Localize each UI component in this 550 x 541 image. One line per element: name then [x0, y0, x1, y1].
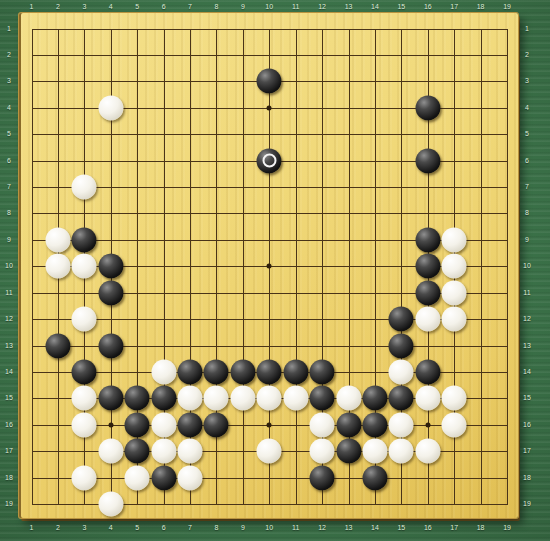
white-stone-17-15 [442, 386, 467, 411]
black-stone-9-14 [230, 359, 255, 384]
black-stone-16-10 [415, 254, 440, 279]
black-stone-13-17 [336, 439, 361, 464]
white-stone-10-17 [257, 439, 282, 464]
coord-top-13: 13 [345, 3, 353, 11]
black-stone-16-9 [415, 227, 440, 252]
coord-bottom-10: 10 [265, 524, 273, 532]
white-stone-15-17 [389, 439, 414, 464]
coord-left-9: 9 [7, 236, 11, 244]
coord-top-19: 19 [503, 3, 511, 11]
coord-top-12: 12 [318, 3, 326, 11]
black-stone-16-11 [415, 280, 440, 305]
black-stone-15-15 [389, 386, 414, 411]
coord-bottom-17: 17 [450, 524, 458, 532]
black-stone-16-14 [415, 359, 440, 384]
coord-top-11: 11 [292, 3, 299, 11]
coord-top-17: 17 [450, 3, 458, 11]
coord-top-4: 4 [109, 3, 113, 11]
white-stone-8-15 [204, 386, 229, 411]
white-stone-11-15 [283, 386, 308, 411]
coord-left-15: 15 [5, 394, 13, 402]
coord-right-16: 16 [523, 421, 531, 429]
black-stone-14-15 [362, 386, 387, 411]
white-stone-17-12 [442, 307, 467, 332]
coord-bottom-12: 12 [318, 524, 326, 532]
coord-top-15: 15 [397, 3, 405, 11]
coord-right-13: 13 [523, 342, 531, 350]
coord-top-1: 1 [30, 3, 34, 11]
black-stone-12-18 [310, 465, 335, 490]
coord-right-12: 12 [523, 315, 531, 323]
black-stone-13-16 [336, 412, 361, 437]
black-stone-7-16 [178, 412, 203, 437]
coord-bottom-7: 7 [188, 524, 192, 532]
black-stone-5-15 [125, 386, 150, 411]
coord-top-2: 2 [56, 3, 60, 11]
grid-line-horizontal [32, 478, 509, 479]
star-point [108, 422, 113, 427]
white-stone-3-10 [72, 254, 97, 279]
white-stone-5-18 [125, 465, 150, 490]
white-stone-7-17 [178, 439, 203, 464]
black-stone-8-16 [204, 412, 229, 437]
white-stone-9-15 [230, 386, 255, 411]
black-stone-4-13 [98, 333, 123, 358]
coord-left-14: 14 [5, 368, 13, 376]
white-stone-14-17 [362, 439, 387, 464]
coord-bottom-8: 8 [214, 524, 218, 532]
coord-bottom-1: 1 [30, 524, 34, 532]
grid-line-vertical [296, 29, 297, 506]
coord-left-7: 7 [7, 183, 11, 191]
white-stone-4-4 [98, 95, 123, 120]
coord-top-18: 18 [477, 3, 485, 11]
grid-line-vertical [481, 29, 482, 506]
white-stone-16-17 [415, 439, 440, 464]
coord-left-18: 18 [5, 474, 13, 482]
white-stone-13-15 [336, 386, 361, 411]
coord-right-2: 2 [525, 51, 529, 59]
last-move-marker [262, 154, 276, 168]
coord-right-9: 9 [525, 236, 529, 244]
coord-bottom-14: 14 [371, 524, 379, 532]
coord-right-15: 15 [523, 394, 531, 402]
coord-top-7: 7 [188, 3, 192, 11]
black-stone-4-10 [98, 254, 123, 279]
coord-top-10: 10 [265, 3, 273, 11]
black-stone-4-15 [98, 386, 123, 411]
white-stone-17-9 [442, 227, 467, 252]
coord-left-3: 3 [7, 77, 11, 85]
coord-top-9: 9 [241, 3, 245, 11]
black-stone-15-13 [389, 333, 414, 358]
coord-bottom-16: 16 [424, 524, 432, 532]
coord-bottom-13: 13 [345, 524, 353, 532]
coord-right-11: 11 [523, 289, 530, 297]
black-stone-10-14 [257, 359, 282, 384]
coord-top-6: 6 [162, 3, 166, 11]
white-stone-7-18 [178, 465, 203, 490]
coord-left-10: 10 [5, 262, 13, 270]
coord-bottom-3: 3 [82, 524, 86, 532]
coord-left-8: 8 [7, 209, 11, 217]
white-stone-17-11 [442, 280, 467, 305]
coord-left-1: 1 [7, 25, 11, 33]
white-stone-6-16 [151, 412, 176, 437]
black-stone-5-17 [125, 439, 150, 464]
coord-bottom-18: 18 [477, 524, 485, 532]
white-stone-3-18 [72, 465, 97, 490]
coord-left-2: 2 [7, 51, 11, 59]
coord-left-11: 11 [5, 289, 12, 297]
coord-right-14: 14 [523, 368, 531, 376]
white-stone-12-17 [310, 439, 335, 464]
white-stone-3-16 [72, 412, 97, 437]
black-stone-16-4 [415, 95, 440, 120]
coord-right-8: 8 [525, 209, 529, 217]
coord-top-3: 3 [82, 3, 86, 11]
coord-top-14: 14 [371, 3, 379, 11]
white-stone-15-14 [389, 359, 414, 384]
white-stone-4-19 [98, 492, 123, 517]
coord-right-6: 6 [525, 157, 529, 165]
star-point [267, 264, 272, 269]
black-stone-6-15 [151, 386, 176, 411]
black-stone-15-12 [389, 307, 414, 332]
white-stone-6-17 [151, 439, 176, 464]
coord-bottom-9: 9 [241, 524, 245, 532]
black-stone-10-3 [257, 69, 282, 94]
black-stone-14-18 [362, 465, 387, 490]
coord-bottom-15: 15 [397, 524, 405, 532]
coord-top-8: 8 [214, 3, 218, 11]
coord-right-10: 10 [523, 262, 531, 270]
coord-right-3: 3 [525, 77, 529, 85]
coord-bottom-2: 2 [56, 524, 60, 532]
coord-left-5: 5 [7, 130, 11, 138]
coord-left-13: 13 [5, 342, 13, 350]
white-stone-2-10 [45, 254, 70, 279]
coord-right-17: 17 [523, 447, 531, 455]
star-point [267, 105, 272, 110]
black-stone-8-14 [204, 359, 229, 384]
white-stone-15-16 [389, 412, 414, 437]
white-stone-4-17 [98, 439, 123, 464]
star-point [267, 422, 272, 427]
grid-line-vertical [507, 29, 508, 506]
black-stone-12-15 [310, 386, 335, 411]
coord-bottom-4: 4 [109, 524, 113, 532]
white-stone-3-15 [72, 386, 97, 411]
white-stone-7-15 [178, 386, 203, 411]
white-stone-17-10 [442, 254, 467, 279]
black-stone-14-16 [362, 412, 387, 437]
coord-bottom-11: 11 [292, 524, 299, 532]
black-stone-2-13 [45, 333, 70, 358]
white-stone-3-12 [72, 307, 97, 332]
white-stone-17-16 [442, 412, 467, 437]
white-stone-12-16 [310, 412, 335, 437]
coord-right-1: 1 [525, 25, 529, 33]
coord-left-12: 12 [5, 315, 13, 323]
black-stone-12-14 [310, 359, 335, 384]
coord-top-5: 5 [135, 3, 139, 11]
white-stone-3-7 [72, 175, 97, 200]
star-point [425, 422, 430, 427]
white-stone-16-12 [415, 307, 440, 332]
coord-top-16: 16 [424, 3, 432, 11]
coord-left-17: 17 [5, 447, 13, 455]
black-stone-6-18 [151, 465, 176, 490]
black-stone-4-11 [98, 280, 123, 305]
go-board[interactable] [19, 13, 518, 518]
white-stone-6-14 [151, 359, 176, 384]
coord-right-5: 5 [525, 130, 529, 138]
coord-right-7: 7 [525, 183, 529, 191]
white-stone-10-15 [257, 386, 282, 411]
black-stone-7-14 [178, 359, 203, 384]
coord-right-19: 19 [523, 500, 531, 508]
coord-bottom-6: 6 [162, 524, 166, 532]
black-stone-3-14 [72, 359, 97, 384]
black-stone-16-6 [415, 148, 440, 173]
black-stone-3-9 [72, 227, 97, 252]
coord-left-6: 6 [7, 157, 11, 165]
coord-bottom-19: 19 [503, 524, 511, 532]
coord-left-16: 16 [5, 421, 13, 429]
go-game-screen: 1111222233334444555566667777888899991010… [0, 0, 550, 541]
coord-bottom-5: 5 [135, 524, 139, 532]
coord-left-4: 4 [7, 104, 11, 112]
white-stone-16-15 [415, 386, 440, 411]
coord-right-18: 18 [523, 474, 531, 482]
black-stone-10-6 [257, 148, 282, 173]
coord-left-19: 19 [5, 500, 13, 508]
white-stone-2-9 [45, 227, 70, 252]
black-stone-11-14 [283, 359, 308, 384]
black-stone-5-16 [125, 412, 150, 437]
coord-right-4: 4 [525, 104, 529, 112]
